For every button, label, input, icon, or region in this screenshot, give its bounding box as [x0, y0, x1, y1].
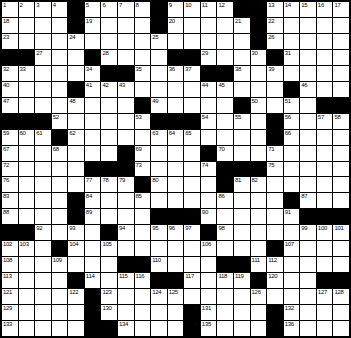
- cell-r8c14[interactable]: [217, 114, 233, 129]
- cell-r10c2[interactable]: [19, 146, 35, 161]
- cell-r8c8[interactable]: [118, 114, 134, 129]
- cell-r14c9[interactable]: [135, 209, 151, 224]
- cell-r9c5[interactable]: 62: [68, 130, 84, 145]
- cell-r10c3[interactable]: [35, 146, 51, 161]
- cell-r21c4[interactable]: [52, 321, 68, 336]
- cell-r10c9[interactable]: 69: [135, 146, 151, 161]
- cell-r8c18[interactable]: 56: [284, 114, 300, 129]
- cell-r3c1[interactable]: 23: [2, 34, 18, 49]
- cell-r4c4[interactable]: [52, 50, 68, 65]
- cell-r8c4[interactable]: 52: [52, 114, 68, 129]
- cell-r2c20[interactable]: [317, 18, 333, 33]
- cell-r4c3[interactable]: 27: [35, 50, 51, 65]
- cell-r10c21[interactable]: [333, 146, 349, 161]
- cell-r17c6[interactable]: [85, 257, 101, 272]
- cell-r2c7[interactable]: [101, 18, 117, 33]
- cell-r11c11[interactable]: [168, 162, 184, 177]
- cell-r16c14[interactable]: [217, 241, 233, 256]
- cell-r4c7[interactable]: 28: [101, 50, 117, 65]
- cell-r11c2[interactable]: [19, 162, 35, 177]
- cell-r7c4[interactable]: [52, 98, 68, 113]
- cell-r9c10[interactable]: 63: [151, 130, 167, 145]
- cell-r4c8[interactable]: [118, 50, 134, 65]
- cell-r2c19[interactable]: [300, 18, 316, 33]
- cell-r8c21[interactable]: 58: [333, 114, 349, 129]
- cell-r15c4[interactable]: [52, 225, 68, 240]
- cell-r19c12[interactable]: [184, 289, 200, 304]
- cell-r18c7[interactable]: [101, 273, 117, 288]
- cell-r2c11[interactable]: 20: [168, 18, 184, 33]
- cell-r12c2[interactable]: [19, 177, 35, 192]
- cell-r15c5[interactable]: 93: [68, 225, 84, 240]
- cell-r5c6[interactable]: 34: [85, 66, 101, 81]
- cell-r3c18[interactable]: [284, 34, 300, 49]
- cell-r13c15[interactable]: [234, 193, 250, 208]
- cell-r12c15[interactable]: 81: [234, 177, 250, 192]
- cell-r20c5[interactable]: [68, 305, 84, 320]
- cell-r3c11[interactable]: [168, 34, 184, 49]
- cell-r13c9[interactable]: 85: [135, 193, 151, 208]
- cell-r3c2[interactable]: [19, 34, 35, 49]
- cell-r19c10[interactable]: 124: [151, 289, 167, 304]
- cell-r2c14[interactable]: [217, 18, 233, 33]
- cell-r4c19[interactable]: [300, 50, 316, 65]
- cell-r17c18[interactable]: [284, 257, 300, 272]
- cell-r12c7[interactable]: 78: [101, 177, 117, 192]
- cell-r1c8[interactable]: 7: [118, 2, 134, 17]
- cell-r7c10[interactable]: 49: [151, 98, 167, 113]
- cell-r21c13[interactable]: 135: [201, 321, 217, 336]
- cell-r5c4[interactable]: [52, 66, 68, 81]
- cell-r3c12[interactable]: [184, 34, 200, 49]
- cell-r19c11[interactable]: 125: [168, 289, 184, 304]
- cell-r4c18[interactable]: 31: [284, 50, 300, 65]
- cell-r9c2[interactable]: 60: [19, 130, 35, 145]
- cell-r13c1[interactable]: 83: [2, 193, 18, 208]
- cell-r7c11[interactable]: [168, 98, 184, 113]
- cell-r8c19[interactable]: [300, 114, 316, 129]
- cell-r21c14[interactable]: [217, 321, 233, 336]
- cell-r13c10[interactable]: [151, 193, 167, 208]
- cell-r10c1[interactable]: 67: [2, 146, 18, 161]
- cell-r1c17[interactable]: 13: [267, 2, 283, 17]
- cell-r19c13[interactable]: [201, 289, 217, 304]
- cell-r1c12[interactable]: 10: [184, 2, 200, 17]
- cell-r13c19[interactable]: 87: [300, 193, 316, 208]
- cell-r9c9[interactable]: [135, 130, 151, 145]
- cell-r17c1[interactable]: 108: [2, 257, 18, 272]
- cell-r18c3[interactable]: [35, 273, 51, 288]
- cell-r4c20[interactable]: [317, 50, 333, 65]
- cell-r19c14[interactable]: [217, 289, 233, 304]
- cell-r15c3[interactable]: 92: [35, 225, 51, 240]
- cell-r15c17[interactable]: [267, 225, 283, 240]
- cell-r2c9[interactable]: [135, 18, 151, 33]
- cell-r6c14[interactable]: 45: [217, 82, 233, 97]
- cell-r14c8[interactable]: [118, 209, 134, 224]
- cell-r6c15[interactable]: [234, 82, 250, 97]
- cell-r10c6[interactable]: [85, 146, 101, 161]
- cell-r4c9[interactable]: [135, 50, 151, 65]
- cell-r21c16[interactable]: [251, 321, 267, 336]
- cell-r16c9[interactable]: [135, 241, 151, 256]
- cell-r20c20[interactable]: [317, 305, 333, 320]
- cell-r12c18[interactable]: [284, 177, 300, 192]
- cell-r16c21[interactable]: [333, 241, 349, 256]
- cell-r3c10[interactable]: 25: [151, 34, 167, 49]
- cell-r13c14[interactable]: 86: [217, 193, 233, 208]
- cell-r5c2[interactable]: 33: [19, 66, 35, 81]
- cell-r12c6[interactable]: 77: [85, 177, 101, 192]
- cell-r2c4[interactable]: [52, 18, 68, 33]
- cell-r18c18[interactable]: [284, 273, 300, 288]
- cell-r10c17[interactable]: 71: [267, 146, 283, 161]
- cell-r18c17[interactable]: 120: [267, 273, 283, 288]
- cell-r8c20[interactable]: 57: [317, 114, 333, 129]
- cell-r15c19[interactable]: 99: [300, 225, 316, 240]
- cell-r15c8[interactable]: 94: [118, 225, 134, 240]
- cell-r9c12[interactable]: 65: [184, 130, 200, 145]
- cell-r8c5[interactable]: [68, 114, 84, 129]
- cell-r4c14[interactable]: [217, 50, 233, 65]
- cell-r3c9[interactable]: [135, 34, 151, 49]
- cell-r2c21[interactable]: [333, 18, 349, 33]
- cell-r13c3[interactable]: [35, 193, 51, 208]
- cell-r6c7[interactable]: 42: [101, 82, 117, 97]
- cell-r12c19[interactable]: [300, 177, 316, 192]
- cell-r7c7[interactable]: [101, 98, 117, 113]
- cell-r17c5[interactable]: [68, 257, 84, 272]
- cell-r9c13[interactable]: [201, 130, 217, 145]
- cell-r10c20[interactable]: [317, 146, 333, 161]
- cell-r14c3[interactable]: [35, 209, 51, 224]
- cell-r11c13[interactable]: 74: [201, 162, 217, 177]
- cell-r8c7[interactable]: [101, 114, 117, 129]
- cell-r7c5[interactable]: 48: [68, 98, 84, 113]
- cell-r5c19[interactable]: [300, 66, 316, 81]
- cell-r1c20[interactable]: 16: [317, 2, 333, 17]
- cell-r10c15[interactable]: [234, 146, 250, 161]
- cell-r6c13[interactable]: 44: [201, 82, 217, 97]
- cell-r6c4[interactable]: [52, 82, 68, 97]
- cell-r5c17[interactable]: 39: [267, 66, 283, 81]
- cell-r20c18[interactable]: 132: [284, 305, 300, 320]
- cell-r14c15[interactable]: [234, 209, 250, 224]
- cell-r9c11[interactable]: 64: [168, 130, 184, 145]
- cell-r18c15[interactable]: 119: [234, 273, 250, 288]
- cell-r20c8[interactable]: [118, 305, 134, 320]
- cell-r5c20[interactable]: [317, 66, 333, 81]
- cell-r2c15[interactable]: 21: [234, 18, 250, 33]
- cell-r16c12[interactable]: [184, 241, 200, 256]
- cell-r6c1[interactable]: 40: [2, 82, 18, 97]
- cell-r16c13[interactable]: 106: [201, 241, 217, 256]
- cell-r3c20[interactable]: [317, 34, 333, 49]
- cell-r10c11[interactable]: [168, 146, 184, 161]
- cell-r11c18[interactable]: [284, 162, 300, 177]
- cell-r2c13[interactable]: [201, 18, 217, 33]
- cell-r21c21[interactable]: [333, 321, 349, 336]
- cell-r16c20[interactable]: [317, 241, 333, 256]
- cell-r3c5[interactable]: 24: [68, 34, 84, 49]
- cell-r3c7[interactable]: [101, 34, 117, 49]
- cell-r16c2[interactable]: 103: [19, 241, 35, 256]
- cell-r18c2[interactable]: [19, 273, 35, 288]
- cell-r19c5[interactable]: 122: [68, 289, 84, 304]
- cell-r16c6[interactable]: [85, 241, 101, 256]
- cell-r15c6[interactable]: [85, 225, 101, 240]
- cell-r9c14[interactable]: [217, 130, 233, 145]
- cell-r12c13[interactable]: [201, 177, 217, 192]
- cell-r19c19[interactable]: [300, 289, 316, 304]
- cell-r10c18[interactable]: [284, 146, 300, 161]
- cell-r13c7[interactable]: [101, 193, 117, 208]
- cell-r9c20[interactable]: [317, 130, 333, 145]
- cell-r10c12[interactable]: [184, 146, 200, 161]
- cell-r8c6[interactable]: [85, 114, 101, 129]
- cell-r4c13[interactable]: 29: [201, 50, 217, 65]
- cell-r16c8[interactable]: [118, 241, 134, 256]
- cell-r21c19[interactable]: [300, 321, 316, 336]
- cell-r3c17[interactable]: 26: [267, 34, 283, 49]
- cell-r16c18[interactable]: 107: [284, 241, 300, 256]
- cell-r1c2[interactable]: 2: [19, 2, 35, 17]
- cell-r11c4[interactable]: [52, 162, 68, 177]
- cell-r21c8[interactable]: 134: [118, 321, 134, 336]
- cell-r15c10[interactable]: 95: [151, 225, 167, 240]
- cell-r19c1[interactable]: 121: [2, 289, 18, 304]
- cell-r7c3[interactable]: [35, 98, 51, 113]
- cell-r19c18[interactable]: [284, 289, 300, 304]
- cell-r13c8[interactable]: [118, 193, 134, 208]
- cell-r11c9[interactable]: 73: [135, 162, 151, 177]
- cell-r17c12[interactable]: [184, 257, 200, 272]
- cell-r10c10[interactable]: [151, 146, 167, 161]
- cell-r1c13[interactable]: 11: [201, 2, 217, 17]
- cell-r20c3[interactable]: [35, 305, 51, 320]
- cell-r18c9[interactable]: 116: [135, 273, 151, 288]
- cell-r20c4[interactable]: [52, 305, 68, 320]
- cell-r11c20[interactable]: [317, 162, 333, 177]
- cell-r7c8[interactable]: [118, 98, 134, 113]
- cell-r20c19[interactable]: [300, 305, 316, 320]
- cell-r5c3[interactable]: [35, 66, 51, 81]
- cell-r14c7[interactable]: [101, 209, 117, 224]
- cell-r12c4[interactable]: [52, 177, 68, 192]
- cell-r3c8[interactable]: [118, 34, 134, 49]
- cell-r16c11[interactable]: [168, 241, 184, 256]
- cell-r21c9[interactable]: [135, 321, 151, 336]
- cell-r15c14[interactable]: 98: [217, 225, 233, 240]
- cell-r6c6[interactable]: 41: [85, 82, 101, 97]
- cell-r11c3[interactable]: [35, 162, 51, 177]
- cell-r1c6[interactable]: 5: [85, 2, 101, 17]
- cell-r3c3[interactable]: [35, 34, 51, 49]
- cell-r4c21[interactable]: [333, 50, 349, 65]
- cell-r7c2[interactable]: [19, 98, 35, 113]
- cell-r18c13[interactable]: [201, 273, 217, 288]
- cell-r13c13[interactable]: [201, 193, 217, 208]
- cell-r6c12[interactable]: [184, 82, 200, 97]
- cell-r17c11[interactable]: [168, 257, 184, 272]
- cell-r7c6[interactable]: [85, 98, 101, 113]
- cell-r20c14[interactable]: [217, 305, 233, 320]
- cell-r6c16[interactable]: [251, 82, 267, 97]
- cell-r3c21[interactable]: [333, 34, 349, 49]
- cell-r16c5[interactable]: 104: [68, 241, 84, 256]
- cell-r4c15[interactable]: [234, 50, 250, 65]
- cell-r9c15[interactable]: [234, 130, 250, 145]
- cell-r17c2[interactable]: [19, 257, 35, 272]
- cell-r5c12[interactable]: 37: [184, 66, 200, 81]
- cell-r1c21[interactable]: 17: [333, 2, 349, 17]
- cell-r2c6[interactable]: 19: [85, 18, 101, 33]
- cell-r8c15[interactable]: 55: [234, 114, 250, 129]
- cell-r15c20[interactable]: 100: [317, 225, 333, 240]
- cell-r12c10[interactable]: 80: [151, 177, 167, 192]
- cell-r12c20[interactable]: [317, 177, 333, 192]
- cell-r7c16[interactable]: 50: [251, 98, 267, 113]
- cell-r18c8[interactable]: 115: [118, 273, 134, 288]
- cell-r3c6[interactable]: [85, 34, 101, 49]
- cell-r1c7[interactable]: 6: [101, 2, 117, 17]
- cell-r14c2[interactable]: [19, 209, 35, 224]
- cell-r5c1[interactable]: 32: [2, 66, 18, 81]
- cell-r20c9[interactable]: [135, 305, 151, 320]
- cell-r16c16[interactable]: [251, 241, 267, 256]
- cell-r9c16[interactable]: [251, 130, 267, 145]
- cell-r12c21[interactable]: [333, 177, 349, 192]
- cell-r5c10[interactable]: [151, 66, 167, 81]
- cell-r5c18[interactable]: [284, 66, 300, 81]
- cell-r19c9[interactable]: [135, 289, 151, 304]
- cell-r9c21[interactable]: [333, 130, 349, 145]
- cell-r7c19[interactable]: [300, 98, 316, 113]
- cell-r12c5[interactable]: [68, 177, 84, 192]
- cell-r20c2[interactable]: [19, 305, 35, 320]
- cell-r18c19[interactable]: [300, 273, 316, 288]
- cell-r21c15[interactable]: [234, 321, 250, 336]
- cell-r11c12[interactable]: [184, 162, 200, 177]
- cell-r13c21[interactable]: [333, 193, 349, 208]
- cell-r13c17[interactable]: [267, 193, 283, 208]
- cell-r8c16[interactable]: [251, 114, 267, 129]
- cell-r21c20[interactable]: [317, 321, 333, 336]
- cell-r17c10[interactable]: 110: [151, 257, 167, 272]
- cell-r7c17[interactable]: [267, 98, 283, 113]
- cell-r15c15[interactable]: [234, 225, 250, 240]
- cell-r3c4[interactable]: [52, 34, 68, 49]
- cell-r3c14[interactable]: [217, 34, 233, 49]
- cell-r2c18[interactable]: [284, 18, 300, 33]
- cell-r1c11[interactable]: 9: [168, 2, 184, 17]
- cell-r19c8[interactable]: [118, 289, 134, 304]
- cell-r18c12[interactable]: 117: [184, 273, 200, 288]
- cell-r17c16[interactable]: 111: [251, 257, 267, 272]
- cell-r6c9[interactable]: [135, 82, 151, 97]
- cell-r6c19[interactable]: 46: [300, 82, 316, 97]
- cell-r18c6[interactable]: 114: [85, 273, 101, 288]
- cell-r20c16[interactable]: [251, 305, 267, 320]
- cell-r3c13[interactable]: [201, 34, 217, 49]
- cell-r19c4[interactable]: [52, 289, 68, 304]
- cell-r7c1[interactable]: 47: [2, 98, 18, 113]
- cell-r1c9[interactable]: 8: [135, 2, 151, 17]
- cell-r7c14[interactable]: [217, 98, 233, 113]
- cell-r13c2[interactable]: [19, 193, 35, 208]
- cell-r6c11[interactable]: [168, 82, 184, 97]
- cell-r2c3[interactable]: [35, 18, 51, 33]
- cell-r21c11[interactable]: [168, 321, 184, 336]
- cell-r11c19[interactable]: [300, 162, 316, 177]
- cell-r4c10[interactable]: [151, 50, 167, 65]
- cell-r7c13[interactable]: [201, 98, 217, 113]
- cell-r12c1[interactable]: 76: [2, 177, 18, 192]
- cell-r21c18[interactable]: 136: [284, 321, 300, 336]
- cell-r6c2[interactable]: [19, 82, 35, 97]
- cell-r2c12[interactable]: [184, 18, 200, 33]
- cell-r21c1[interactable]: 133: [2, 321, 18, 336]
- cell-r3c15[interactable]: [234, 34, 250, 49]
- cell-r12c3[interactable]: [35, 177, 51, 192]
- cell-r13c11[interactable]: [168, 193, 184, 208]
- cell-r9c18[interactable]: 66: [284, 130, 300, 145]
- cell-r10c7[interactable]: [101, 146, 117, 161]
- cell-r13c4[interactable]: [52, 193, 68, 208]
- cell-r1c19[interactable]: 15: [300, 2, 316, 17]
- cell-r16c1[interactable]: 102: [2, 241, 18, 256]
- cell-r19c2[interactable]: [19, 289, 35, 304]
- cell-r11c1[interactable]: 72: [2, 162, 18, 177]
- cell-r13c20[interactable]: [317, 193, 333, 208]
- cell-r14c13[interactable]: 90: [201, 209, 217, 224]
- cell-r2c8[interactable]: [118, 18, 134, 33]
- cell-r19c16[interactable]: 126: [251, 289, 267, 304]
- cell-r19c21[interactable]: 128: [333, 289, 349, 304]
- cell-r19c7[interactable]: 123: [101, 289, 117, 304]
- cell-r16c10[interactable]: [151, 241, 167, 256]
- cell-r6c21[interactable]: [333, 82, 349, 97]
- cell-r11c17[interactable]: 75: [267, 162, 283, 177]
- cell-r19c17[interactable]: [267, 289, 283, 304]
- cell-r1c3[interactable]: 3: [35, 2, 51, 17]
- cell-r10c5[interactable]: [68, 146, 84, 161]
- cell-r10c19[interactable]: [300, 146, 316, 161]
- cell-r9c19[interactable]: [300, 130, 316, 145]
- cell-r6c8[interactable]: 43: [118, 82, 134, 97]
- cell-r15c16[interactable]: [251, 225, 267, 240]
- cell-r5c15[interactable]: 38: [234, 66, 250, 81]
- cell-r5c9[interactable]: 35: [135, 66, 151, 81]
- cell-r13c6[interactable]: 84: [85, 193, 101, 208]
- cell-r12c8[interactable]: 79: [118, 177, 134, 192]
- cell-r15c18[interactable]: [284, 225, 300, 240]
- cell-r20c7[interactable]: 130: [101, 305, 117, 320]
- cell-r21c3[interactable]: [35, 321, 51, 336]
- cell-r1c14[interactable]: 12: [217, 2, 233, 17]
- cell-r15c11[interactable]: 96: [168, 225, 184, 240]
- cell-r1c4[interactable]: 4: [52, 2, 68, 17]
- cell-r20c11[interactable]: [168, 305, 184, 320]
- cell-r17c7[interactable]: [101, 257, 117, 272]
- cell-r14c18[interactable]: 91: [284, 209, 300, 224]
- cell-r5c5[interactable]: [68, 66, 84, 81]
- cell-r17c4[interactable]: 109: [52, 257, 68, 272]
- cell-r15c12[interactable]: 97: [184, 225, 200, 240]
- cell-r15c21[interactable]: 101: [333, 225, 349, 240]
- cell-r18c14[interactable]: 118: [217, 273, 233, 288]
- cell-r21c5[interactable]: [68, 321, 84, 336]
